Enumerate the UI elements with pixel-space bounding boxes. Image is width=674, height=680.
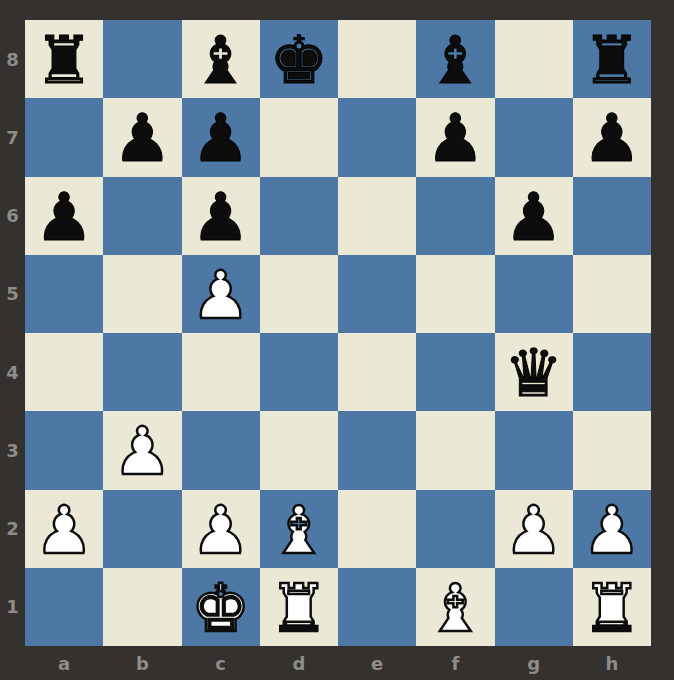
square-g5[interactable] [495, 255, 573, 333]
square-f2[interactable] [416, 490, 494, 568]
page-background: 87654321 ♜♝♚♝♜♟♟♟♟♟♟♟♟♛♟♟♟♝♟♟♚♜♝♜ abcdef… [0, 0, 674, 680]
square-h5[interactable] [573, 255, 651, 333]
square-b3[interactable]: ♟ [103, 411, 181, 489]
rank-label-8: 8 [0, 20, 25, 98]
file-label-f: f [416, 646, 494, 680]
square-f5[interactable] [416, 255, 494, 333]
rank-label-2: 2 [0, 490, 25, 568]
square-d8[interactable]: ♚ [260, 20, 338, 98]
square-a6[interactable]: ♟ [25, 177, 103, 255]
square-d2[interactable]: ♝ [260, 490, 338, 568]
piece-white-pawn[interactable]: ♟ [191, 263, 250, 329]
square-a5[interactable] [25, 255, 103, 333]
piece-black-pawn[interactable]: ♟ [426, 106, 485, 172]
piece-black-rook[interactable]: ♜ [35, 28, 94, 94]
file-label-e: e [338, 646, 416, 680]
square-e1[interactable] [338, 568, 416, 646]
file-label-a: a [25, 646, 103, 680]
square-h7[interactable]: ♟ [573, 98, 651, 176]
piece-white-bishop[interactable]: ♝ [269, 498, 328, 564]
square-b5[interactable] [103, 255, 181, 333]
square-d7[interactable] [260, 98, 338, 176]
square-c6[interactable]: ♟ [182, 177, 260, 255]
rank-label-6: 6 [0, 177, 25, 255]
square-a8[interactable]: ♜ [25, 20, 103, 98]
square-d4[interactable] [260, 333, 338, 411]
piece-black-queen[interactable]: ♛ [504, 341, 563, 407]
rank-labels: 87654321 [0, 20, 25, 646]
square-c3[interactable] [182, 411, 260, 489]
square-h6[interactable] [573, 177, 651, 255]
rank-label-1: 1 [0, 568, 25, 646]
square-e6[interactable] [338, 177, 416, 255]
piece-white-pawn[interactable]: ♟ [191, 498, 250, 564]
square-b1[interactable] [103, 568, 181, 646]
square-e5[interactable] [338, 255, 416, 333]
piece-black-bishop[interactable]: ♝ [426, 28, 485, 94]
square-h2[interactable]: ♟ [573, 490, 651, 568]
square-d6[interactable] [260, 177, 338, 255]
piece-white-pawn[interactable]: ♟ [35, 498, 94, 564]
square-g8[interactable] [495, 20, 573, 98]
file-label-c: c [182, 646, 260, 680]
piece-black-pawn[interactable]: ♟ [35, 185, 94, 251]
square-f4[interactable] [416, 333, 494, 411]
square-c4[interactable] [182, 333, 260, 411]
file-label-b: b [103, 646, 181, 680]
square-d5[interactable] [260, 255, 338, 333]
piece-white-pawn[interactable]: ♟ [504, 498, 563, 564]
square-f1[interactable]: ♝ [416, 568, 494, 646]
square-e4[interactable] [338, 333, 416, 411]
square-a1[interactable] [25, 568, 103, 646]
square-a3[interactable] [25, 411, 103, 489]
square-d3[interactable] [260, 411, 338, 489]
chess-board: ♜♝♚♝♜♟♟♟♟♟♟♟♟♛♟♟♟♝♟♟♚♜♝♜ [25, 20, 651, 646]
square-g1[interactable] [495, 568, 573, 646]
square-h4[interactable] [573, 333, 651, 411]
piece-black-rook[interactable]: ♜ [582, 28, 641, 94]
square-c5[interactable]: ♟ [182, 255, 260, 333]
square-g6[interactable]: ♟ [495, 177, 573, 255]
square-c8[interactable]: ♝ [182, 20, 260, 98]
square-a4[interactable] [25, 333, 103, 411]
square-d1[interactable]: ♜ [260, 568, 338, 646]
square-h8[interactable]: ♜ [573, 20, 651, 98]
piece-white-rook[interactable]: ♜ [269, 576, 328, 642]
rank-label-7: 7 [0, 98, 25, 176]
piece-black-pawn[interactable]: ♟ [191, 185, 250, 251]
piece-black-pawn[interactable]: ♟ [191, 106, 250, 172]
file-label-h: h [573, 646, 651, 680]
square-e7[interactable] [338, 98, 416, 176]
piece-black-pawn[interactable]: ♟ [504, 185, 563, 251]
piece-white-pawn[interactable]: ♟ [113, 419, 172, 485]
piece-black-king[interactable]: ♚ [269, 28, 328, 94]
file-label-g: g [495, 646, 573, 680]
file-label-d: d [260, 646, 338, 680]
piece-black-bishop[interactable]: ♝ [191, 28, 250, 94]
file-labels: abcdefgh [25, 646, 651, 680]
piece-black-pawn[interactable]: ♟ [582, 106, 641, 172]
square-f6[interactable] [416, 177, 494, 255]
piece-white-rook[interactable]: ♜ [582, 576, 641, 642]
square-b7[interactable]: ♟ [103, 98, 181, 176]
square-g7[interactable] [495, 98, 573, 176]
rank-label-5: 5 [0, 255, 25, 333]
square-h3[interactable] [573, 411, 651, 489]
square-a2[interactable]: ♟ [25, 490, 103, 568]
square-e3[interactable] [338, 411, 416, 489]
square-b4[interactable] [103, 333, 181, 411]
square-g2[interactable]: ♟ [495, 490, 573, 568]
piece-white-bishop[interactable]: ♝ [426, 576, 485, 642]
square-f8[interactable]: ♝ [416, 20, 494, 98]
square-e8[interactable] [338, 20, 416, 98]
square-c1[interactable]: ♚ [182, 568, 260, 646]
square-b6[interactable] [103, 177, 181, 255]
piece-black-pawn[interactable]: ♟ [113, 106, 172, 172]
square-h1[interactable]: ♜ [573, 568, 651, 646]
square-g3[interactable] [495, 411, 573, 489]
piece-white-king[interactable]: ♚ [191, 576, 250, 642]
square-b2[interactable] [103, 490, 181, 568]
rank-label-4: 4 [0, 333, 25, 411]
square-a7[interactable] [25, 98, 103, 176]
rank-label-3: 3 [0, 411, 25, 489]
piece-white-pawn[interactable]: ♟ [582, 498, 641, 564]
square-c2[interactable]: ♟ [182, 490, 260, 568]
square-f3[interactable] [416, 411, 494, 489]
square-g4[interactable]: ♛ [495, 333, 573, 411]
square-b8[interactable] [103, 20, 181, 98]
square-e2[interactable] [338, 490, 416, 568]
square-c7[interactable]: ♟ [182, 98, 260, 176]
square-f7[interactable]: ♟ [416, 98, 494, 176]
